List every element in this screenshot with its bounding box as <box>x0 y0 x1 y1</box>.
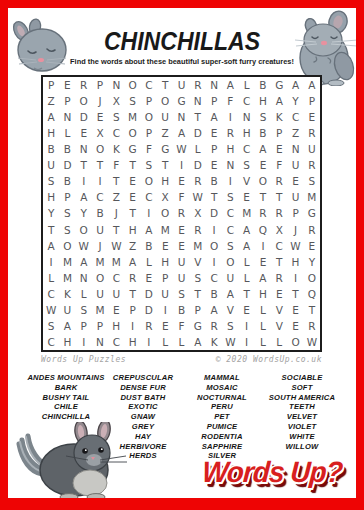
grid-cell[interactable]: R <box>304 222 320 238</box>
grid-cell[interactable]: T <box>304 302 320 318</box>
grid-cell[interactable]: V <box>271 302 287 318</box>
grid-cell[interactable]: X <box>92 125 108 141</box>
grid-cell[interactable]: F <box>222 93 238 109</box>
grid-cell[interactable]: I <box>76 173 92 189</box>
grid-cell[interactable]: R <box>222 125 238 141</box>
grid-cell[interactable]: C <box>141 189 157 205</box>
grid-cell[interactable]: G <box>173 93 189 109</box>
grid-cell[interactable]: O <box>92 270 108 286</box>
grid-cell[interactable]: T <box>92 157 108 173</box>
grid-cell[interactable]: M <box>239 205 255 221</box>
grid-cell[interactable]: A <box>239 222 255 238</box>
grid-cell[interactable]: A <box>222 77 238 93</box>
grid-cell[interactable]: Y <box>304 254 320 270</box>
grid-cell[interactable]: I <box>124 318 140 334</box>
grid-cell[interactable]: E <box>141 270 157 286</box>
grid-cell[interactable]: N <box>76 270 92 286</box>
grid-cell[interactable]: D <box>206 205 222 221</box>
grid-cell[interactable]: A <box>255 270 271 286</box>
grid-cell[interactable]: O <box>59 238 75 254</box>
grid-cell[interactable]: A <box>59 318 75 334</box>
grid-cell[interactable]: I <box>255 238 271 254</box>
grid-cell[interactable]: D <box>141 302 157 318</box>
grid-cell[interactable]: A <box>271 93 287 109</box>
grid-cell[interactable]: B <box>59 141 75 157</box>
grid-cell[interactable]: R <box>190 77 206 93</box>
grid-cell[interactable]: E <box>92 109 108 125</box>
grid-cell[interactable]: D <box>76 109 92 125</box>
grid-cell[interactable]: I <box>222 173 238 189</box>
grid-cell[interactable]: U <box>287 189 303 205</box>
grid-cell[interactable]: C <box>43 334 59 350</box>
grid-cell[interactable]: O <box>141 109 157 125</box>
grid-cell[interactable]: L <box>239 270 255 286</box>
grid-cell[interactable]: G <box>271 77 287 93</box>
grid-cell[interactable]: A <box>141 222 157 238</box>
grid-cell[interactable]: T <box>255 189 271 205</box>
grid-cell[interactable]: A <box>43 238 59 254</box>
grid-cell[interactable]: I <box>92 173 108 189</box>
grid-cell[interactable]: S <box>43 173 59 189</box>
grid-cell[interactable]: R <box>173 205 189 221</box>
grid-cell[interactable]: L <box>255 318 271 334</box>
grid-cell[interactable]: U <box>59 302 75 318</box>
grid-cell[interactable]: C <box>43 286 59 302</box>
grid-cell[interactable]: Q <box>255 222 271 238</box>
grid-cell[interactable]: P <box>287 205 303 221</box>
word-list-item: MAMMAL <box>180 373 264 383</box>
grid-cell[interactable]: E <box>255 254 271 270</box>
grid-cell[interactable]: E <box>157 318 173 334</box>
grid-cell[interactable]: U <box>287 157 303 173</box>
grid-cell[interactable]: H <box>157 254 173 270</box>
grid-cell[interactable]: N <box>92 334 108 350</box>
grid-cell[interactable]: R <box>271 173 287 189</box>
grid-cell[interactable]: L <box>157 334 173 350</box>
grid-cell[interactable]: L <box>190 141 206 157</box>
grid-cell[interactable]: I <box>76 334 92 350</box>
grid-cell[interactable]: M <box>108 254 124 270</box>
grid-cell[interactable]: W <box>108 238 124 254</box>
grid-cell[interactable]: C <box>108 334 124 350</box>
grid-cell[interactable]: R <box>190 222 206 238</box>
grid-cell[interactable]: C <box>108 270 124 286</box>
grid-cell[interactable]: H <box>59 334 75 350</box>
grid-cell[interactable]: C <box>239 141 255 157</box>
grid-cell[interactable]: S <box>190 270 206 286</box>
grid-cell[interactable]: O <box>124 77 140 93</box>
grid-cell[interactable]: V <box>190 254 206 270</box>
grid-cell[interactable]: E <box>239 302 255 318</box>
grid-cell[interactable]: H <box>124 334 140 350</box>
grid-cell[interactable]: I <box>43 254 59 270</box>
grid-cell[interactable]: H <box>43 189 59 205</box>
grid-cell[interactable]: R <box>124 270 140 286</box>
grid-cell[interactable]: Z <box>157 125 173 141</box>
grid-cell[interactable]: E <box>287 318 303 334</box>
grid-cell[interactable]: K <box>206 334 222 350</box>
grid-cell[interactable]: W <box>222 334 238 350</box>
grid-cell[interactable]: J <box>287 222 303 238</box>
grid-cell[interactable]: S <box>222 189 238 205</box>
grid-cell[interactable]: T <box>271 189 287 205</box>
grid-cell[interactable]: E <box>304 109 320 125</box>
grid-cell[interactable]: E <box>239 189 255 205</box>
grid-cell[interactable]: P <box>141 93 157 109</box>
grid-cell[interactable]: S <box>43 318 59 334</box>
grid-cell[interactable]: U <box>108 286 124 302</box>
grid-cell[interactable]: M <box>92 254 108 270</box>
grid-cell[interactable]: A <box>304 77 320 93</box>
grid-cell[interactable]: T <box>124 157 140 173</box>
grid-cell[interactable]: H <box>43 125 59 141</box>
grid-cell[interactable]: V <box>271 318 287 334</box>
grid-cell[interactable]: A <box>206 302 222 318</box>
grid-cell[interactable]: A <box>76 189 92 205</box>
grid-cell[interactable]: P <box>206 141 222 157</box>
grid-cell[interactable]: B <box>255 77 271 93</box>
grid-cell[interactable]: O <box>157 93 173 109</box>
grid-cell[interactable]: H <box>157 173 173 189</box>
grid-cell[interactable]: S <box>59 222 75 238</box>
grid-cell[interactable]: E <box>206 125 222 141</box>
grid-cell[interactable]: H <box>239 125 255 141</box>
grid-cell[interactable]: N <box>239 109 255 125</box>
grid-cell[interactable]: O <box>141 173 157 189</box>
grid-cell[interactable]: V <box>222 302 238 318</box>
grid-cell[interactable]: M <box>124 109 140 125</box>
grid-cell[interactable]: A <box>287 77 303 93</box>
grid-cell[interactable]: A <box>173 125 189 141</box>
grid-cell[interactable]: T <box>108 173 124 189</box>
grid-cell[interactable]: G <box>124 141 140 157</box>
grid-cell[interactable]: M <box>92 302 108 318</box>
grid-cell[interactable]: U <box>304 141 320 157</box>
grid-cell[interactable]: O <box>255 173 271 189</box>
grid-cell[interactable]: U <box>92 222 108 238</box>
grid-cell[interactable]: M <box>59 254 75 270</box>
grid-cell[interactable]: R <box>304 125 320 141</box>
grid-cell[interactable]: F <box>108 157 124 173</box>
grid-cell[interactable]: C <box>92 189 108 205</box>
grid-cell[interactable]: M <box>190 238 206 254</box>
grid-cell[interactable]: A <box>124 254 140 270</box>
grid-cell[interactable]: S <box>173 286 189 302</box>
grid-cell[interactable]: N <box>222 157 238 173</box>
grid-cell[interactable]: K <box>271 109 287 125</box>
grid-cell[interactable]: C <box>222 222 238 238</box>
grid-cell[interactable]: X <box>157 189 173 205</box>
grid-cell[interactable]: O <box>76 222 92 238</box>
word-list-item: EXOTIC <box>103 402 183 412</box>
grid-cell[interactable]: W <box>76 238 92 254</box>
grid-cell[interactable]: O <box>206 238 222 254</box>
grid-cell[interactable]: A <box>76 254 92 270</box>
grid-cell[interactable]: M <box>157 222 173 238</box>
grid-cell[interactable]: T <box>43 222 59 238</box>
grid-cell[interactable]: B <box>206 173 222 189</box>
grid-cell[interactable]: L <box>59 125 75 141</box>
grid-cell[interactable]: S <box>304 173 320 189</box>
grid-cell[interactable]: C <box>239 93 255 109</box>
grid-cell[interactable]: J <box>92 238 108 254</box>
grid-cell[interactable]: O <box>92 141 108 157</box>
grid-cell[interactable]: E <box>173 222 189 238</box>
grid-cell[interactable]: E <box>124 189 140 205</box>
grid-cell[interactable]: P <box>271 125 287 141</box>
grid-cell[interactable]: H <box>255 286 271 302</box>
grid-cell[interactable]: W <box>43 302 59 318</box>
grid-cell[interactable]: B <box>141 238 157 254</box>
grid-cell[interactable]: N <box>287 141 303 157</box>
grid-cell[interactable]: L <box>271 334 287 350</box>
grid-cell[interactable]: Y <box>287 93 303 109</box>
grid-cell[interactable]: I <box>206 222 222 238</box>
grid-cell[interactable]: S <box>59 205 75 221</box>
grid-cell[interactable]: H <box>222 141 238 157</box>
grid-cell[interactable]: M <box>59 270 75 286</box>
grid-cell[interactable]: W <box>304 334 320 350</box>
grid-cell[interactable]: F <box>173 318 189 334</box>
grid-cell[interactable]: I <box>173 157 189 173</box>
grid-cell[interactable]: N <box>76 141 92 157</box>
grid-cell[interactable]: E <box>271 286 287 302</box>
grid-cell[interactable]: O <box>157 205 173 221</box>
grid-cell[interactable]: U <box>222 270 238 286</box>
grid-cell[interactable]: E <box>76 125 92 141</box>
grid-cell[interactable]: P <box>206 93 222 109</box>
grid-cell[interactable]: G <box>190 318 206 334</box>
grid-cell[interactable]: U <box>92 286 108 302</box>
grid-cell[interactable]: T <box>239 286 255 302</box>
grid-cell[interactable]: D <box>141 286 157 302</box>
grid-cell[interactable]: C <box>141 77 157 93</box>
grid-cell[interactable]: P <box>92 318 108 334</box>
grid-cell[interactable]: P <box>76 318 92 334</box>
word-search-grid[interactable]: PERPNOCTURNALBGAAZPOJXSPOGNPFCHAYPANDESM… <box>41 75 322 352</box>
grid-cell[interactable]: P <box>157 270 173 286</box>
grid-cell[interactable]: P <box>190 302 206 318</box>
grid-cell[interactable]: A <box>206 109 222 125</box>
grid-cell[interactable]: C <box>108 125 124 141</box>
grid-cell[interactable]: A <box>222 286 238 302</box>
grid-cell[interactable]: L <box>255 334 271 350</box>
grid-cell[interactable]: O <box>287 334 303 350</box>
grid-cell[interactable]: Z <box>287 125 303 141</box>
word-list-col-4: SOCIABLESOFTSOUTH AMERICATEETHVELVETVIOL… <box>257 373 347 451</box>
grid-cell[interactable]: I <box>206 254 222 270</box>
grid-cell[interactable]: T <box>190 109 206 125</box>
grid-cell[interactable]: H <box>108 318 124 334</box>
grid-cell[interactable]: F <box>271 157 287 173</box>
word-list-item: MOSAIC <box>180 383 264 393</box>
grid-cell[interactable]: S <box>76 302 92 318</box>
grid-cell[interactable]: R <box>255 205 271 221</box>
grid-cell[interactable]: T <box>108 222 124 238</box>
grid-cell[interactable]: L <box>239 77 255 93</box>
grid-cell[interactable]: R <box>190 173 206 189</box>
grid-cell[interactable]: C <box>206 270 222 286</box>
grid-cell[interactable]: R <box>304 157 320 173</box>
grid-cell[interactable]: G <box>157 141 173 157</box>
grid-cell[interactable]: E <box>173 173 189 189</box>
grid-cell[interactable]: F <box>173 189 189 205</box>
grid-cell[interactable]: L <box>173 334 189 350</box>
grid-cell[interactable]: A <box>255 141 271 157</box>
grid-cell[interactable]: O <box>124 125 140 141</box>
grid-cell[interactable]: P <box>59 189 75 205</box>
grid-cell[interactable]: P <box>124 302 140 318</box>
grid-cell[interactable]: R <box>76 77 92 93</box>
grid-cell[interactable]: T <box>271 254 287 270</box>
grid-cell[interactable]: R <box>141 318 157 334</box>
grid-cell[interactable]: P <box>92 77 108 93</box>
grid-cell[interactable]: T <box>76 157 92 173</box>
grid-cell[interactable]: O <box>76 93 92 109</box>
word-list-item: HERDS <box>103 451 183 461</box>
grid-cell[interactable]: I <box>141 334 157 350</box>
grid-cell[interactable]: B <box>59 173 75 189</box>
grid-cell[interactable]: U <box>173 77 189 93</box>
grid-cell[interactable]: S <box>222 318 238 334</box>
grid-cell[interactable]: Z <box>108 189 124 205</box>
grid-cell[interactable]: N <box>206 77 222 93</box>
grid-cell[interactable]: L <box>76 286 92 302</box>
grid-cell[interactable]: P <box>304 93 320 109</box>
grid-cell[interactable]: V <box>239 173 255 189</box>
grid-cell[interactable]: L <box>255 302 271 318</box>
grid-cell[interactable]: T <box>287 286 303 302</box>
grid-cell[interactable]: S <box>255 109 271 125</box>
grid-cell[interactable]: T <box>206 189 222 205</box>
grid-cell[interactable]: S <box>222 238 238 254</box>
grid-cell[interactable]: C <box>287 109 303 125</box>
grid-cell[interactable]: B <box>173 302 189 318</box>
grid-cell[interactable]: G <box>304 205 320 221</box>
grid-cell[interactable]: P <box>43 77 59 93</box>
grid-cell[interactable]: P <box>141 125 157 141</box>
grid-cell[interactable]: A <box>43 109 59 125</box>
grid-cell[interactable]: D <box>190 125 206 141</box>
grid-cell[interactable]: N <box>59 109 75 125</box>
grid-cell[interactable]: I <box>239 334 255 350</box>
grid-cell[interactable]: U <box>43 157 59 173</box>
grid-cell[interactable]: K <box>59 286 75 302</box>
grid-cell[interactable]: R <box>271 205 287 221</box>
grid-cell[interactable]: H <box>255 93 271 109</box>
grid-cell[interactable]: S <box>108 109 124 125</box>
grid-cell[interactable]: Y <box>43 205 59 221</box>
grid-cell[interactable]: T <box>157 157 173 173</box>
grid-cell[interactable]: X <box>190 205 206 221</box>
grid-cell[interactable]: U <box>157 109 173 125</box>
grid-cell[interactable]: U <box>173 254 189 270</box>
grid-cell[interactable]: F <box>141 141 157 157</box>
word-list-col-3: MAMMALMOSAICNOCTURNALPERUPETPUMICERODENT… <box>180 373 264 461</box>
grid-cell[interactable]: W <box>173 141 189 157</box>
grid-cell[interactable]: W <box>190 189 206 205</box>
grid-cell[interactable]: N <box>190 93 206 109</box>
grid-cell[interactable]: Z <box>43 93 59 109</box>
grid-cell[interactable]: I <box>239 318 255 334</box>
grid-cell[interactable]: J <box>92 93 108 109</box>
grid-cell[interactable]: C <box>222 205 238 221</box>
grid-cell[interactable]: S <box>239 157 255 173</box>
grid-cell[interactable]: X <box>108 93 124 109</box>
grid-cell[interactable]: J <box>108 205 124 221</box>
grid-cell[interactable]: L <box>239 254 255 270</box>
grid-cell[interactable]: I <box>222 109 238 125</box>
grid-cell[interactable]: L <box>43 270 59 286</box>
grid-cell[interactable]: A <box>190 334 206 350</box>
grid-cell[interactable]: H <box>287 254 303 270</box>
grid-cell[interactable]: X <box>271 222 287 238</box>
grid-cell[interactable]: H <box>124 222 140 238</box>
grid-cell[interactable]: C <box>271 238 287 254</box>
grid-cell[interactable]: E <box>157 238 173 254</box>
grid-cell[interactable]: Z <box>124 238 140 254</box>
grid-cell[interactable]: N <box>108 77 124 93</box>
grid-cell[interactable]: W <box>287 238 303 254</box>
grid-cell[interactable]: T <box>124 286 140 302</box>
grid-cell[interactable]: N <box>173 109 189 125</box>
grid-cell[interactable]: R <box>206 318 222 334</box>
grid-cell[interactable]: Y <box>76 205 92 221</box>
grid-cell[interactable]: E <box>304 238 320 254</box>
grid-cell[interactable]: S <box>141 157 157 173</box>
grid-cell[interactable]: E <box>287 302 303 318</box>
grid-cell[interactable]: D <box>190 157 206 173</box>
grid-cell[interactable]: R <box>304 318 320 334</box>
grid-cell[interactable]: T <box>157 77 173 93</box>
grid-cell[interactable]: T <box>124 205 140 221</box>
grid-cell[interactable]: U <box>173 270 189 286</box>
grid-cell[interactable]: U <box>157 286 173 302</box>
grid-cell[interactable]: S <box>124 93 140 109</box>
grid-cell[interactable]: E <box>108 302 124 318</box>
grid-cell[interactable]: E <box>287 173 303 189</box>
grid-cell[interactable]: E <box>59 77 75 93</box>
grid-cell[interactable]: L <box>141 254 157 270</box>
grid-cell[interactable]: A <box>239 238 255 254</box>
grid-cell[interactable]: I <box>157 302 173 318</box>
word-list-item: WHITE <box>257 432 347 442</box>
grid-cell[interactable]: M <box>304 189 320 205</box>
grid-cell[interactable]: I <box>287 270 303 286</box>
grid-cell[interactable]: B <box>255 125 271 141</box>
grid-cell[interactable]: B <box>92 205 108 221</box>
grid-cell[interactable]: R <box>271 270 287 286</box>
grid-cell[interactable]: E <box>255 157 271 173</box>
grid-cell[interactable]: D <box>59 157 75 173</box>
grid-cell[interactable]: P <box>59 93 75 109</box>
grid-cell[interactable]: E <box>173 238 189 254</box>
grid-cell[interactable]: I <box>141 205 157 221</box>
grid-cell[interactable]: Q <box>304 286 320 302</box>
word-list-item: HAY <box>103 432 183 442</box>
grid-cell[interactable]: T <box>190 286 206 302</box>
grid-cell[interactable]: O <box>222 254 238 270</box>
grid-cell[interactable]: E <box>271 141 287 157</box>
grid-cell[interactable]: B <box>43 141 59 157</box>
grid-cell[interactable]: K <box>108 141 124 157</box>
grid-cell[interactable]: E <box>124 173 140 189</box>
page-subtitle: Find the words about these beautiful sup… <box>0 57 364 66</box>
grid-cell[interactable]: E <box>206 157 222 173</box>
grid-cell[interactable]: B <box>206 286 222 302</box>
puzzle-page: CHINCHILLAS Find the words about these b… <box>0 0 364 510</box>
grid-cell[interactable]: O <box>304 270 320 286</box>
